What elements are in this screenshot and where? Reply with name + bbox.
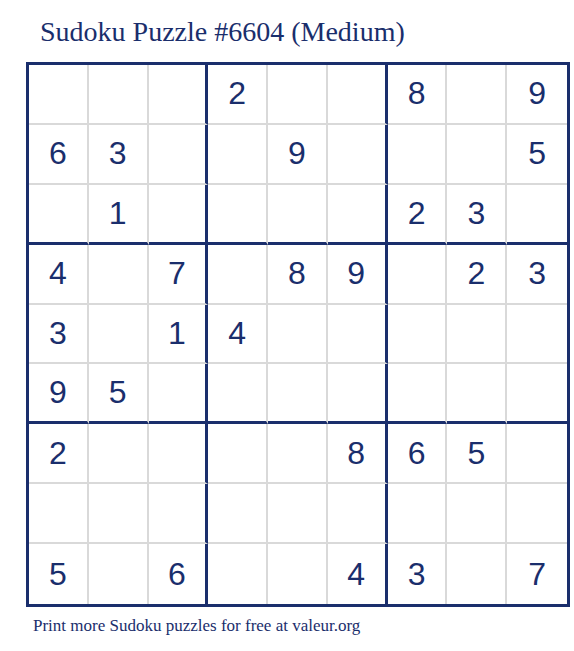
cell-r8c4 — [208, 484, 268, 544]
cell-r5c3: 1 — [149, 305, 209, 365]
cell-r8c2 — [89, 484, 149, 544]
cell-r7c8: 5 — [447, 424, 507, 484]
cell-r3c4 — [208, 185, 268, 245]
cell-r3c9 — [507, 185, 567, 245]
cell-r3c5 — [268, 185, 328, 245]
cell-r4c4 — [208, 245, 268, 305]
cell-r1c1 — [29, 65, 89, 125]
cell-r4c9: 3 — [507, 245, 567, 305]
cell-r9c2 — [89, 544, 149, 604]
cell-r4c5: 8 — [268, 245, 328, 305]
cell-r5c9 — [507, 305, 567, 365]
cell-r8c3 — [149, 484, 209, 544]
cell-r3c1 — [29, 185, 89, 245]
cell-r3c7: 2 — [388, 185, 448, 245]
cell-r9c4 — [208, 544, 268, 604]
cell-r2c6 — [328, 125, 388, 185]
cell-r1c9: 9 — [507, 65, 567, 125]
cell-r6c6 — [328, 364, 388, 424]
cell-r1c4: 2 — [208, 65, 268, 125]
cell-r4c3: 7 — [149, 245, 209, 305]
cell-r5c5 — [268, 305, 328, 365]
cell-r7c3 — [149, 424, 209, 484]
cell-r4c2 — [89, 245, 149, 305]
cell-r4c7 — [388, 245, 448, 305]
sudoku-page: Sudoku Puzzle #6604 (Medium) 28963951234… — [0, 0, 574, 651]
cell-r6c3 — [149, 364, 209, 424]
cell-r2c7 — [388, 125, 448, 185]
cell-r2c9: 5 — [507, 125, 567, 185]
cell-r8c8 — [447, 484, 507, 544]
cell-r6c5 — [268, 364, 328, 424]
cell-r6c9 — [507, 364, 567, 424]
cell-r7c2 — [89, 424, 149, 484]
cell-r3c3 — [149, 185, 209, 245]
cell-r6c2: 5 — [89, 364, 149, 424]
cell-r5c7 — [388, 305, 448, 365]
cell-r9c6: 4 — [328, 544, 388, 604]
cell-r2c8 — [447, 125, 507, 185]
cell-r9c1: 5 — [29, 544, 89, 604]
cell-r5c4: 4 — [208, 305, 268, 365]
cell-r8c5 — [268, 484, 328, 544]
cell-r7c4 — [208, 424, 268, 484]
cell-r4c8: 2 — [447, 245, 507, 305]
cell-r2c2: 3 — [89, 125, 149, 185]
cell-r2c4 — [208, 125, 268, 185]
cell-r4c6: 9 — [328, 245, 388, 305]
cell-r6c8 — [447, 364, 507, 424]
cell-r7c5 — [268, 424, 328, 484]
cell-r2c1: 6 — [29, 125, 89, 185]
cell-r1c8 — [447, 65, 507, 125]
cell-r7c7: 6 — [388, 424, 448, 484]
cell-r1c3 — [149, 65, 209, 125]
cell-r8c7 — [388, 484, 448, 544]
cell-r3c2: 1 — [89, 185, 149, 245]
cell-r1c5 — [268, 65, 328, 125]
cell-r1c7: 8 — [388, 65, 448, 125]
footer-note: Print more Sudoku puzzles for free at va… — [33, 616, 360, 636]
cell-r5c2 — [89, 305, 149, 365]
cell-r6c1: 9 — [29, 364, 89, 424]
cell-r7c6: 8 — [328, 424, 388, 484]
cell-r8c6 — [328, 484, 388, 544]
cell-r5c8 — [447, 305, 507, 365]
sudoku-board: 289639512347892331495286556437 — [26, 62, 570, 607]
cell-r7c1: 2 — [29, 424, 89, 484]
cell-r9c8 — [447, 544, 507, 604]
cell-r7c9 — [507, 424, 567, 484]
cell-r2c3 — [149, 125, 209, 185]
cell-r3c8: 3 — [447, 185, 507, 245]
cell-r8c1 — [29, 484, 89, 544]
cell-r9c5 — [268, 544, 328, 604]
cell-r5c1: 3 — [29, 305, 89, 365]
cell-r2c5: 9 — [268, 125, 328, 185]
cell-r9c3: 6 — [149, 544, 209, 604]
cell-r5c6 — [328, 305, 388, 365]
page-title: Sudoku Puzzle #6604 (Medium) — [40, 16, 405, 48]
cell-r1c6 — [328, 65, 388, 125]
cell-r1c2 — [89, 65, 149, 125]
cell-r9c7: 3 — [388, 544, 448, 604]
cell-r6c7 — [388, 364, 448, 424]
cell-r3c6 — [328, 185, 388, 245]
cell-r4c1: 4 — [29, 245, 89, 305]
cell-r6c4 — [208, 364, 268, 424]
cell-r9c9: 7 — [507, 544, 567, 604]
cell-r8c9 — [507, 484, 567, 544]
